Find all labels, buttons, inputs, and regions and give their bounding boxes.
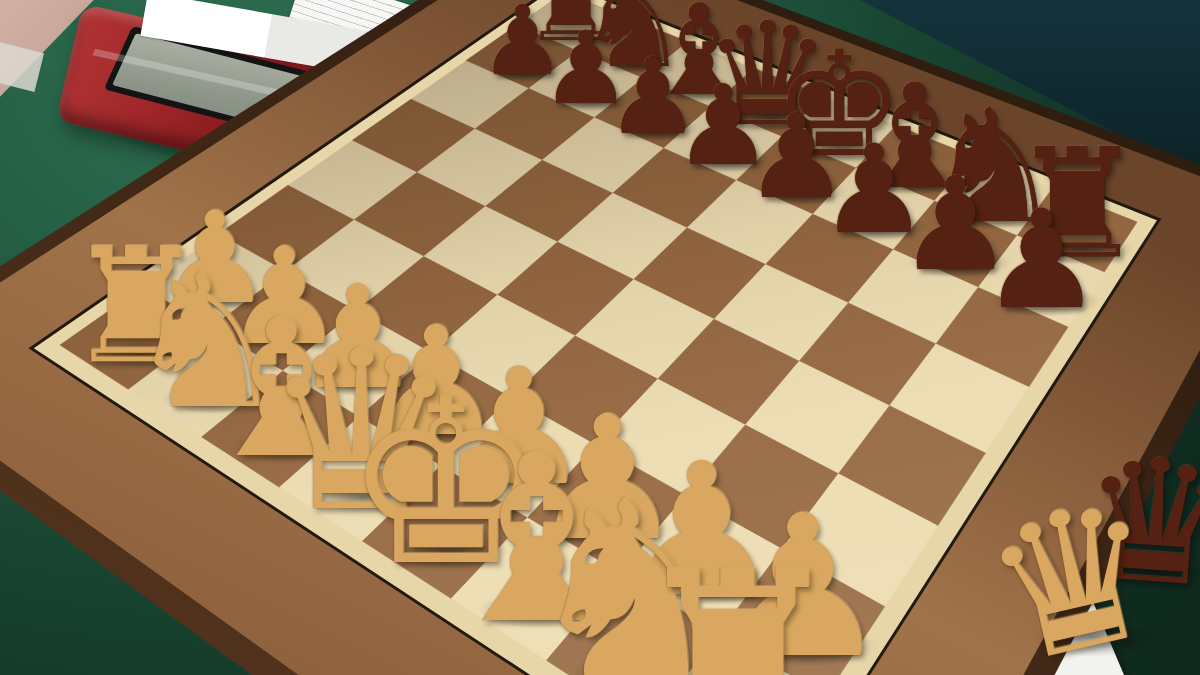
pieces-layer: ♜♞♟♝♟♛♟♚♟♝♟♞♟♜♟♟♟♟♜♟♞♟♝♟♛♟♚♛♟♝♛♟♞♜	[0, 0, 1200, 675]
black-pawn-h7: ♟	[974, 192, 1110, 328]
white-rook-h1: ♜	[612, 538, 864, 675]
scene: ♜♞♟♝♟♛♟♚♟♝♟♞♟♜♟♟♟♟♜♟♞♟♝♟♛♟♚♛♟♝♛♟♞♜	[0, 0, 1200, 675]
